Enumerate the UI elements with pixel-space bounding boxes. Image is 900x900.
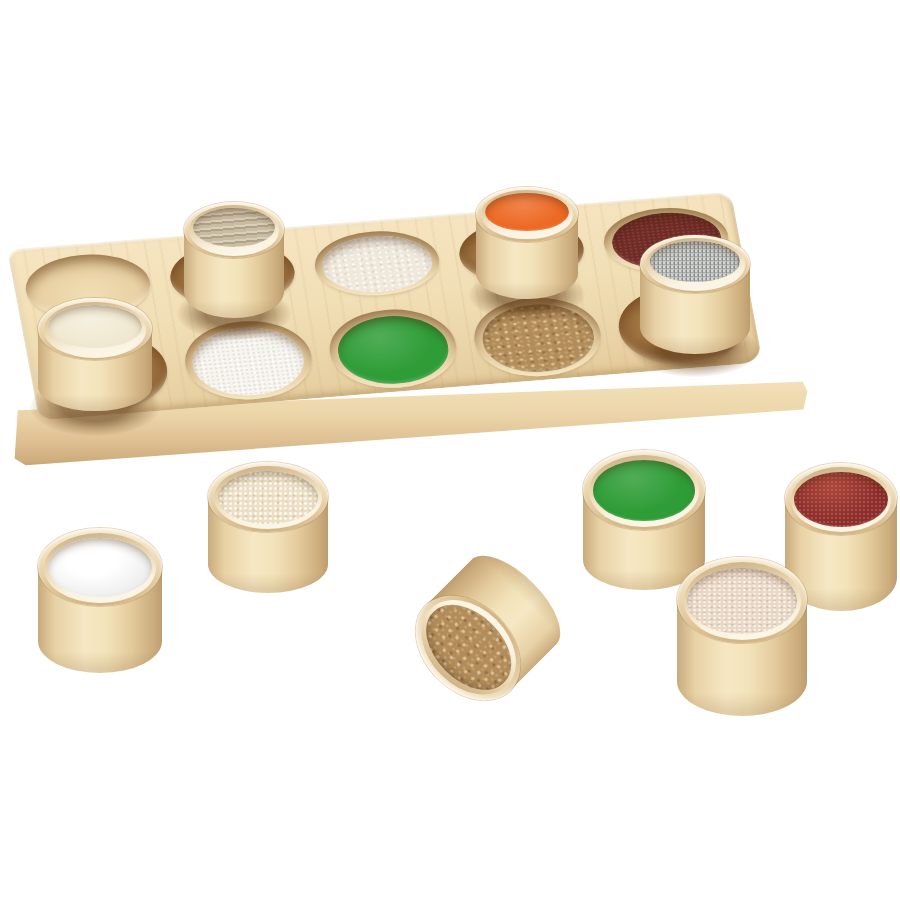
cylinder-white-loose[interactable] [38,528,162,700]
cylinder-orange-in-back-4[interactable] [476,187,578,319]
cylinder-top [208,462,328,532]
loose-and-standing-cylinders [0,0,900,900]
cylinder-top [38,528,162,606]
texture-surface-cream [48,305,142,348]
cylinder-top [583,450,705,530]
cylinder-mesh-in-front-5[interactable] [640,235,750,374]
texture-surface-white [48,538,152,597]
cylinder-top [184,202,284,258]
texture-surface-mesh [650,241,740,282]
cylinder-sand-loose[interactable] [677,557,807,746]
cylinder-cream-in-front-1[interactable] [38,298,152,433]
texture-surface-green [593,460,696,521]
cylinder-top [640,235,750,293]
texture-surface-orange [485,193,569,232]
cylinder-top [785,463,897,535]
texture-surface-sand [687,568,796,633]
cylinder-ribbed-in-back-2[interactable] [184,202,284,338]
cylinder-sponge-loose[interactable] [208,462,328,618]
cylinder-top [476,187,578,242]
cylinder-top [677,557,807,643]
texture-surface-maroon [794,472,888,527]
cylinder-top [38,298,152,360]
scene [0,0,900,900]
cylinder-cork-loose-tilted[interactable] [395,519,597,721]
